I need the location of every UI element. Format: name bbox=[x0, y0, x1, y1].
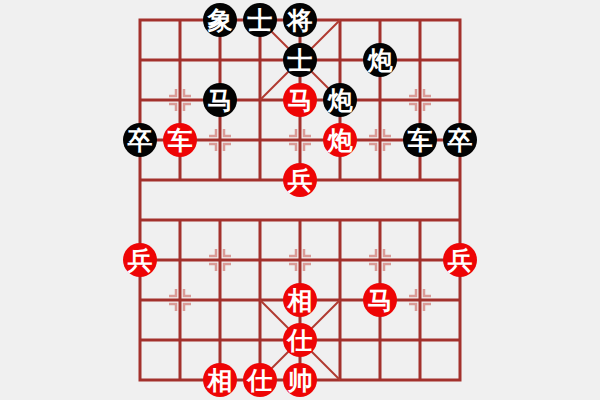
board-point[interactable] bbox=[240, 320, 280, 360]
board-point[interactable]: 马 bbox=[280, 80, 320, 120]
black-horse-glyph: 马 bbox=[208, 88, 233, 113]
board-point[interactable]: 车 bbox=[160, 120, 200, 160]
board-point[interactable] bbox=[440, 0, 480, 40]
red-chariot-glyph: 车 bbox=[168, 128, 193, 153]
board-point[interactable] bbox=[400, 80, 440, 120]
board-point[interactable] bbox=[200, 160, 240, 200]
board-point[interactable] bbox=[240, 280, 280, 320]
piece-red-advisor[interactable]: 仕 bbox=[283, 323, 317, 357]
board-point[interactable]: 兵 bbox=[440, 240, 480, 280]
black-chariot-glyph: 车 bbox=[408, 128, 433, 153]
board-point[interactable] bbox=[240, 120, 280, 160]
red-cannon-glyph: 炮 bbox=[328, 128, 353, 153]
board-point[interactable] bbox=[240, 160, 280, 200]
board-point[interactable]: 将 bbox=[280, 0, 320, 40]
board-point[interactable]: 相 bbox=[200, 360, 240, 400]
red-horse-glyph: 马 bbox=[288, 88, 313, 113]
red-advisor-glyph: 仕 bbox=[248, 368, 273, 393]
board-point[interactable] bbox=[400, 360, 440, 400]
board-point[interactable] bbox=[240, 200, 280, 240]
red-general-glyph: 帅 bbox=[288, 368, 313, 393]
piece-black-advisor[interactable]: 士 bbox=[283, 43, 317, 77]
board-point[interactable]: 炮 bbox=[320, 80, 360, 120]
piece-black-elephant[interactable]: 象 bbox=[203, 3, 237, 37]
board-point[interactable] bbox=[320, 360, 360, 400]
board-point[interactable] bbox=[360, 360, 400, 400]
board-point[interactable] bbox=[320, 0, 360, 40]
board-point[interactable] bbox=[160, 160, 200, 200]
board-point[interactable]: 相 bbox=[280, 280, 320, 320]
board-point[interactable] bbox=[160, 40, 200, 80]
board-point[interactable] bbox=[280, 200, 320, 240]
board-point[interactable] bbox=[360, 0, 400, 40]
piece-red-general[interactable]: 帅 bbox=[283, 363, 317, 397]
board-point[interactable] bbox=[160, 360, 200, 400]
red-soldier-glyph: 兵 bbox=[448, 248, 473, 273]
piece-red-advisor[interactable]: 仕 bbox=[243, 363, 277, 397]
board-point[interactable]: 兵 bbox=[120, 240, 160, 280]
piece-red-soldier[interactable]: 兵 bbox=[283, 163, 317, 197]
board-point[interactable] bbox=[160, 320, 200, 360]
board-point[interactable] bbox=[440, 160, 480, 200]
board-point[interactable] bbox=[120, 80, 160, 120]
red-elephant-glyph: 相 bbox=[288, 288, 313, 313]
board-point[interactable] bbox=[320, 40, 360, 80]
board-point[interactable] bbox=[400, 240, 440, 280]
board-point[interactable] bbox=[280, 240, 320, 280]
piece-black-general[interactable]: 将 bbox=[283, 3, 317, 37]
piece-red-cannon[interactable]: 炮 bbox=[323, 123, 357, 157]
piece-red-horse[interactable]: 马 bbox=[363, 283, 397, 317]
board-point[interactable] bbox=[320, 200, 360, 240]
board-point[interactable] bbox=[360, 200, 400, 240]
piece-black-advisor[interactable]: 士 bbox=[243, 3, 277, 37]
piece-red-soldier[interactable]: 兵 bbox=[123, 243, 157, 277]
board-point[interactable] bbox=[360, 80, 400, 120]
board-point[interactable] bbox=[440, 80, 480, 120]
board-point[interactable]: 帅 bbox=[280, 360, 320, 400]
board-point[interactable] bbox=[120, 40, 160, 80]
board-point[interactable] bbox=[440, 360, 480, 400]
black-cannon-glyph: 炮 bbox=[368, 48, 393, 73]
board-point[interactable] bbox=[360, 120, 400, 160]
board-point[interactable] bbox=[400, 0, 440, 40]
board-point[interactable] bbox=[400, 40, 440, 80]
black-soldier-glyph: 卒 bbox=[128, 128, 153, 153]
board-point[interactable]: 车 bbox=[400, 120, 440, 160]
board-point[interactable]: 卒 bbox=[120, 120, 160, 160]
board-point[interactable]: 仕 bbox=[240, 360, 280, 400]
board-point[interactable] bbox=[320, 320, 360, 360]
board-point[interactable]: 卒 bbox=[440, 120, 480, 160]
board-point[interactable] bbox=[200, 280, 240, 320]
board-point[interactable] bbox=[200, 40, 240, 80]
piece-red-horse[interactable]: 马 bbox=[283, 83, 317, 117]
board-point[interactable] bbox=[360, 320, 400, 360]
piece-black-cannon[interactable]: 炮 bbox=[363, 43, 397, 77]
piece-black-cannon[interactable]: 炮 bbox=[323, 83, 357, 117]
black-advisor-glyph: 士 bbox=[288, 48, 313, 73]
black-advisor-glyph: 士 bbox=[248, 8, 273, 33]
board-point[interactable] bbox=[240, 240, 280, 280]
board-point[interactable] bbox=[240, 80, 280, 120]
board-points-grid: 象士将士炮马马炮卒车炮车卒兵兵兵相马仕相仕帅 bbox=[120, 0, 480, 400]
board-point[interactable] bbox=[360, 240, 400, 280]
board-point[interactable]: 炮 bbox=[360, 40, 400, 80]
black-general-glyph: 将 bbox=[288, 8, 313, 33]
board-point[interactable] bbox=[400, 200, 440, 240]
board-point[interactable] bbox=[200, 320, 240, 360]
board-point[interactable]: 象 bbox=[200, 0, 240, 40]
piece-red-elephant[interactable]: 相 bbox=[283, 283, 317, 317]
black-elephant-glyph: 象 bbox=[208, 8, 233, 33]
board-point[interactable] bbox=[160, 240, 200, 280]
board-point[interactable] bbox=[200, 240, 240, 280]
piece-black-soldier[interactable]: 卒 bbox=[123, 123, 157, 157]
board-point[interactable] bbox=[400, 320, 440, 360]
board-point[interactable] bbox=[120, 160, 160, 200]
piece-red-soldier[interactable]: 兵 bbox=[443, 243, 477, 277]
board-point[interactable]: 兵 bbox=[280, 160, 320, 200]
board-point[interactable]: 士 bbox=[240, 0, 280, 40]
board-point[interactable] bbox=[400, 160, 440, 200]
board-point[interactable] bbox=[200, 200, 240, 240]
board-point[interactable] bbox=[120, 200, 160, 240]
board-point[interactable] bbox=[440, 280, 480, 320]
board-point[interactable] bbox=[320, 240, 360, 280]
xiangqi-board: 象士将士炮马马炮卒车炮车卒兵兵兵相马仕相仕帅 bbox=[0, 0, 600, 400]
board-point[interactable] bbox=[440, 320, 480, 360]
board-point[interactable]: 马 bbox=[360, 280, 400, 320]
board-point[interactable] bbox=[120, 360, 160, 400]
board-point[interactable] bbox=[200, 120, 240, 160]
board-point[interactable] bbox=[320, 160, 360, 200]
piece-black-soldier[interactable]: 卒 bbox=[443, 123, 477, 157]
board-point[interactable] bbox=[440, 40, 480, 80]
board-point[interactable] bbox=[120, 320, 160, 360]
board-point[interactable] bbox=[160, 0, 200, 40]
board-point[interactable] bbox=[240, 40, 280, 80]
board-point[interactable] bbox=[120, 0, 160, 40]
board-point[interactable] bbox=[360, 160, 400, 200]
board-point[interactable]: 仕 bbox=[280, 320, 320, 360]
board-point[interactable] bbox=[160, 80, 200, 120]
board-point[interactable]: 炮 bbox=[320, 120, 360, 160]
board-point[interactable] bbox=[280, 120, 320, 160]
piece-red-chariot[interactable]: 车 bbox=[163, 123, 197, 157]
red-elephant-glyph: 相 bbox=[208, 368, 233, 393]
board-point[interactable] bbox=[160, 200, 200, 240]
black-soldier-glyph: 卒 bbox=[448, 128, 473, 153]
board-point[interactable] bbox=[120, 280, 160, 320]
board-point[interactable]: 士 bbox=[280, 40, 320, 80]
board-point[interactable] bbox=[440, 200, 480, 240]
red-advisor-glyph: 仕 bbox=[288, 328, 313, 353]
red-soldier-glyph: 兵 bbox=[128, 248, 153, 273]
red-soldier-glyph: 兵 bbox=[288, 168, 313, 193]
piece-black-chariot[interactable]: 车 bbox=[403, 123, 437, 157]
piece-red-elephant[interactable]: 相 bbox=[203, 363, 237, 397]
board-point[interactable] bbox=[320, 280, 360, 320]
red-horse-glyph: 马 bbox=[368, 288, 393, 313]
board-point[interactable] bbox=[400, 280, 440, 320]
piece-black-horse[interactable]: 马 bbox=[203, 83, 237, 117]
board-point[interactable] bbox=[160, 280, 200, 320]
board-point[interactable]: 马 bbox=[200, 80, 240, 120]
black-cannon-glyph: 炮 bbox=[328, 88, 353, 113]
